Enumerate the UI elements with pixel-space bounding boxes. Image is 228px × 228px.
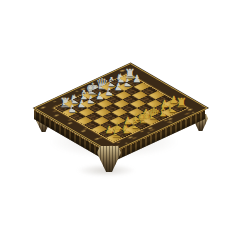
gold-rook-a1[interactable]: ♜ (175, 96, 187, 109)
chess-set-photo: ♜♞♝♚♛♝♞♜♟♟♟♟♟♟♟♟♟♟♟♟♟♟♟♟♜♞♝♚♛♝♞♜ (0, 0, 228, 228)
